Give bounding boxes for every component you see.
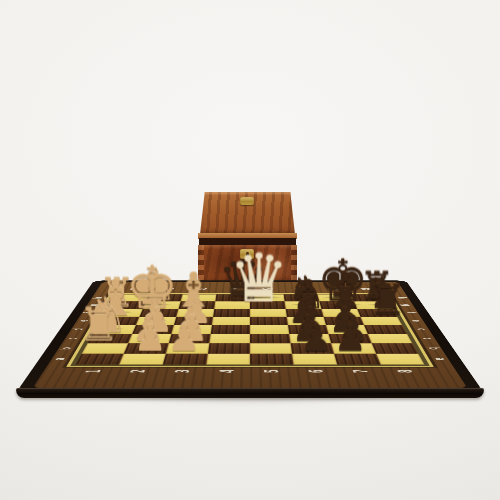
file-label-right-e: e — [409, 319, 423, 323]
rank-label-back-6: 6 — [293, 288, 306, 291]
rank-label-back-8: 8 — [358, 288, 371, 291]
rank-label-back-4: 4 — [227, 288, 239, 291]
chessboard: 1122334455667788aabbccddeeffgghh ♜♞♝♜♚♞♝… — [16, 280, 484, 392]
file-label-right-h: h — [396, 296, 409, 299]
dark-pawn-glyph: ♟ — [313, 319, 387, 356]
board-front-edge — [16, 388, 484, 398]
chessboard-perspective-wrap: 1122334455667788aabbccddeeffgghh ♜♞♝♜♚♞♝… — [63, 88, 437, 500]
file-label-right-f: f — [405, 311, 419, 314]
square-h5 — [250, 294, 285, 301]
rank-label-back-3: 3 — [194, 288, 207, 291]
file-label-right-g: g — [400, 304, 413, 307]
rank-label-back-7: 7 — [326, 288, 339, 291]
rank-label-back-5: 5 — [260, 288, 272, 291]
rank-label-back-2: 2 — [161, 288, 174, 291]
light-pawn-glyph: ♟ — [147, 319, 221, 356]
chess-set-photo: 1122334455667788aabbccddeeffgghh ♜♞♝♜♚♞♝… — [0, 0, 500, 500]
square-h4 — [215, 294, 250, 301]
